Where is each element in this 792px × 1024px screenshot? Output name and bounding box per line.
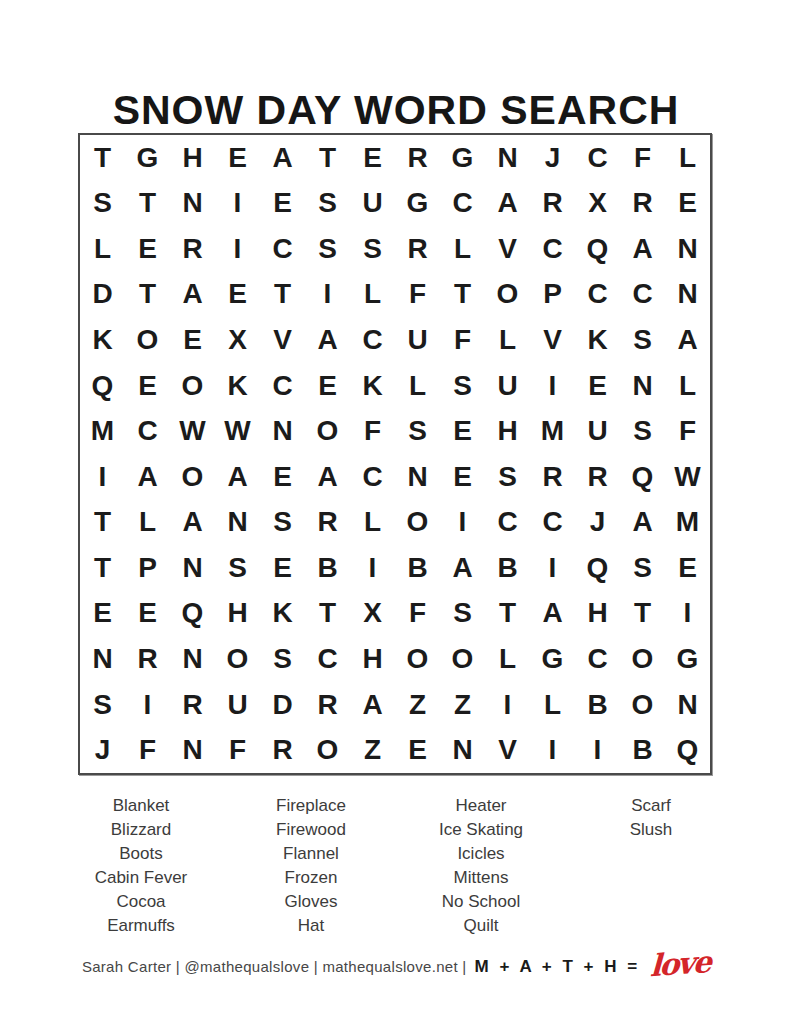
grid-cell-r7c14: F (665, 408, 710, 454)
grid-cell-r9c2: L (125, 500, 170, 546)
grid-cell-r13c2: I (125, 682, 170, 728)
grid-cell-r5c3: E (170, 317, 215, 363)
grid-cell-r6c3: O (170, 363, 215, 409)
word-list-item: Cabin Fever (95, 866, 188, 890)
grid-cell-r12c1: N (80, 636, 125, 682)
grid-cell-r3c1: L (80, 226, 125, 272)
grid-cell-r5c14: A (665, 317, 710, 363)
puzzle-title: SNOW DAY WORD SEARCH (0, 87, 792, 134)
grid-cell-r5c6: A (305, 317, 350, 363)
grid-cell-r12c6: C (305, 636, 350, 682)
word-list-item: Quilt (464, 914, 499, 938)
grid-cell-r9c4: N (215, 500, 260, 546)
grid-cell-r12c3: N (170, 636, 215, 682)
grid-cell-r5c7: C (350, 317, 395, 363)
grid-cell-r5c11: V (530, 317, 575, 363)
grid-cell-r9c9: I (440, 500, 485, 546)
word-list-item: Flannel (283, 842, 339, 866)
grid-cell-r14c5: R (260, 727, 305, 773)
grid-cell-r4c7: L (350, 272, 395, 318)
grid-cell-r6c1: Q (80, 363, 125, 409)
grid-cell-r4c5: T (260, 272, 305, 318)
grid-cell-r10c2: P (125, 545, 170, 591)
grid-cell-r6c13: N (620, 363, 665, 409)
grid-cell-r9c12: J (575, 500, 620, 546)
grid-cell-r2c4: I (215, 181, 260, 227)
grid-cell-r6c8: L (395, 363, 440, 409)
grid-cell-r4c8: F (395, 272, 440, 318)
grid-cell-r10c10: B (485, 545, 530, 591)
grid-cell-r1c8: R (395, 135, 440, 181)
grid-cell-r2c12: X (575, 181, 620, 227)
grid-cell-r8c2: A (125, 454, 170, 500)
footer-credit: Sarah Carter | @mathequalslove | mathequ… (82, 958, 467, 975)
grid-cell-r10c3: N (170, 545, 215, 591)
grid-cell-r5c12: K (575, 317, 620, 363)
grid-cell-r14c14: Q (665, 727, 710, 773)
grid-cell-r12c11: G (530, 636, 575, 682)
grid-cell-r5c8: U (395, 317, 440, 363)
grid-cell-r1c1: T (80, 135, 125, 181)
grid-cell-r3c9: L (440, 226, 485, 272)
word-list-item: Firewood (276, 818, 346, 842)
grid-cell-r7c5: N (260, 408, 305, 454)
grid-cell-r4c4: E (215, 272, 260, 318)
grid-cell-r2c9: C (440, 181, 485, 227)
grid-cell-r8c11: R (530, 454, 575, 500)
footer: Sarah Carter | @mathequalslove | mathequ… (0, 952, 792, 981)
grid-cell-r9c10: C (485, 500, 530, 546)
grid-cell-r9c3: A (170, 500, 215, 546)
word-list-item: Gloves (285, 890, 338, 914)
grid-cell-r5c5: V (260, 317, 305, 363)
love-logo: love (650, 944, 711, 983)
grid-cell-r2c8: G (395, 181, 440, 227)
grid-cell-r9c1: T (80, 500, 125, 546)
grid-cell-r14c2: F (125, 727, 170, 773)
grid-cell-r11c3: Q (170, 591, 215, 637)
word-list-column-2: FireplaceFirewoodFlannelFrozenGlovesHat (226, 794, 396, 938)
footer-math-equals: M + A + T + H = (475, 957, 641, 977)
grid-cell-r5c1: K (80, 317, 125, 363)
grid-cell-r14c1: J (80, 727, 125, 773)
grid-cell-r8c10: S (485, 454, 530, 500)
grid-cell-r13c10: I (485, 682, 530, 728)
grid-cell-r6c14: L (665, 363, 710, 409)
grid-cell-r8c1: I (80, 454, 125, 500)
grid-cell-r13c5: D (260, 682, 305, 728)
grid-cell-r13c8: Z (395, 682, 440, 728)
grid-cell-r8c9: E (440, 454, 485, 500)
grid-cell-r1c4: E (215, 135, 260, 181)
grid-cell-r10c4: S (215, 545, 260, 591)
word-list: BlanketBlizzardBootsCabin FeverCocoaEarm… (56, 794, 736, 938)
grid-cell-r8c5: E (260, 454, 305, 500)
word-list-item: Mittens (454, 866, 509, 890)
grid-cell-r10c1: T (80, 545, 125, 591)
grid-cell-r14c10: V (485, 727, 530, 773)
grid-cell-r5c2: O (125, 317, 170, 363)
grid-cell-r3c5: C (260, 226, 305, 272)
word-list-item: Icicles (457, 842, 504, 866)
grid-cell-r7c11: M (530, 408, 575, 454)
grid-cell-r10c11: I (530, 545, 575, 591)
word-list-item: Frozen (285, 866, 338, 890)
grid-cell-r14c6: O (305, 727, 350, 773)
grid-cell-r13c14: N (665, 682, 710, 728)
word-list-column-4: ScarfSlush (566, 794, 736, 938)
grid-cell-r2c14: E (665, 181, 710, 227)
grid-cell-r5c4: X (215, 317, 260, 363)
word-list-item: Blizzard (111, 818, 171, 842)
grid-cell-r11c14: I (665, 591, 710, 637)
grid-cell-r4c10: O (485, 272, 530, 318)
word-list-item: Slush (630, 818, 673, 842)
grid-cell-r1c9: G (440, 135, 485, 181)
grid-cell-r8c7: C (350, 454, 395, 500)
grid-cell-r11c4: H (215, 591, 260, 637)
grid-cell-r7c3: W (170, 408, 215, 454)
grid-cell-r13c13: O (620, 682, 665, 728)
grid-cell-r3c10: V (485, 226, 530, 272)
grid-cell-r3c14: N (665, 226, 710, 272)
grid-cell-r13c1: S (80, 682, 125, 728)
grid-cell-r3c8: R (395, 226, 440, 272)
grid-cell-r1c3: H (170, 135, 215, 181)
grid-cell-r14c8: E (395, 727, 440, 773)
word-list-item: Heater (455, 794, 506, 818)
grid-cell-r1c14: L (665, 135, 710, 181)
grid-cell-r1c11: J (530, 135, 575, 181)
grid-cell-r12c14: G (665, 636, 710, 682)
grid-cell-r14c3: N (170, 727, 215, 773)
grid-cell-r2c10: A (485, 181, 530, 227)
grid-cell-r7c10: H (485, 408, 530, 454)
grid-cell-r11c1: E (80, 591, 125, 637)
grid-cell-r6c6: E (305, 363, 350, 409)
grid-cell-r4c13: C (620, 272, 665, 318)
grid-cell-r11c6: T (305, 591, 350, 637)
grid-cell-r5c9: F (440, 317, 485, 363)
grid-cell-r2c1: S (80, 181, 125, 227)
grid-cell-r9c8: O (395, 500, 440, 546)
grid-cell-r14c4: F (215, 727, 260, 773)
grid-cell-r11c9: S (440, 591, 485, 637)
grid-cell-r3c4: I (215, 226, 260, 272)
grid-cell-r4c12: C (575, 272, 620, 318)
grid-cell-r9c5: S (260, 500, 305, 546)
grid-cell-r10c6: B (305, 545, 350, 591)
grid-cell-r7c6: O (305, 408, 350, 454)
grid-cell-r13c4: U (215, 682, 260, 728)
grid-cell-r4c9: T (440, 272, 485, 318)
grid-cell-r6c12: E (575, 363, 620, 409)
grid-cell-r10c8: B (395, 545, 440, 591)
grid-cell-r5c13: S (620, 317, 665, 363)
grid-cell-r1c10: N (485, 135, 530, 181)
grid-cell-r11c10: T (485, 591, 530, 637)
word-list-item: Blanket (113, 794, 170, 818)
grid-cell-r4c1: D (80, 272, 125, 318)
grid-cell-r13c11: L (530, 682, 575, 728)
grid-cell-r9c11: C (530, 500, 575, 546)
grid-cell-r6c5: C (260, 363, 305, 409)
grid-cell-r10c7: I (350, 545, 395, 591)
grid-cell-r7c9: E (440, 408, 485, 454)
grid-cell-r7c7: F (350, 408, 395, 454)
grid-cell-r11c8: F (395, 591, 440, 637)
grid-cell-r3c12: Q (575, 226, 620, 272)
grid-cell-r10c13: S (620, 545, 665, 591)
grid-cell-r3c11: C (530, 226, 575, 272)
grid-cell-r1c6: T (305, 135, 350, 181)
grid-cell-r8c12: R (575, 454, 620, 500)
grid-cell-r7c13: S (620, 408, 665, 454)
grid-cell-r6c4: K (215, 363, 260, 409)
grid-cell-r14c12: I (575, 727, 620, 773)
grid-cell-r14c7: Z (350, 727, 395, 773)
grid-cell-r10c12: Q (575, 545, 620, 591)
grid-cell-r2c5: E (260, 181, 305, 227)
grid-cell-r8c6: A (305, 454, 350, 500)
grid-cell-r8c14: W (665, 454, 710, 500)
grid-cell-r9c14: M (665, 500, 710, 546)
grid-cell-r4c14: N (665, 272, 710, 318)
grid-cell-r13c6: R (305, 682, 350, 728)
grid-cell-r2c7: U (350, 181, 395, 227)
grid-cell-r8c8: N (395, 454, 440, 500)
grid-cell-r12c13: O (620, 636, 665, 682)
word-list-item: Fireplace (276, 794, 346, 818)
grid-cell-r7c2: C (125, 408, 170, 454)
grid-cell-r1c7: E (350, 135, 395, 181)
grid-cell-r11c12: H (575, 591, 620, 637)
grid-cell-r13c3: R (170, 682, 215, 728)
grid-cell-r2c13: R (620, 181, 665, 227)
grid-cell-r6c9: S (440, 363, 485, 409)
grid-cell-r11c5: K (260, 591, 305, 637)
grid-cell-r3c7: S (350, 226, 395, 272)
grid-cell-r13c12: B (575, 682, 620, 728)
word-search-grid: TGHEATERGNJCFLSTNIESUGCARXRELERICSSRLVCQ… (78, 133, 712, 775)
grid-cell-r10c9: A (440, 545, 485, 591)
word-list-column-1: BlanketBlizzardBootsCabin FeverCocoaEarm… (56, 794, 226, 938)
grid-cell-r2c3: N (170, 181, 215, 227)
grid-cell-r8c13: Q (620, 454, 665, 500)
grid-cell-r2c11: R (530, 181, 575, 227)
grid-cell-r4c6: I (305, 272, 350, 318)
grid-cell-r2c2: T (125, 181, 170, 227)
grid-cell-r8c3: O (170, 454, 215, 500)
grid-cell-r12c9: O (440, 636, 485, 682)
grid-cell-r3c3: R (170, 226, 215, 272)
grid-cell-r4c3: A (170, 272, 215, 318)
word-list-column-3: HeaterIce SkatingIciclesMittensNo School… (396, 794, 566, 938)
grid-cell-r4c11: P (530, 272, 575, 318)
grid-cell-r3c2: E (125, 226, 170, 272)
grid-cell-r10c5: E (260, 545, 305, 591)
grid-cell-r11c13: T (620, 591, 665, 637)
grid-cell-r7c1: M (80, 408, 125, 454)
word-list-item: Scarf (631, 794, 671, 818)
word-list-item: Cocoa (116, 890, 165, 914)
grid-cell-r9c6: R (305, 500, 350, 546)
grid-cell-r1c12: C (575, 135, 620, 181)
grid-cell-r9c7: L (350, 500, 395, 546)
grid-cell-r12c5: S (260, 636, 305, 682)
grid-cell-r2c6: S (305, 181, 350, 227)
grid-cell-r11c7: X (350, 591, 395, 637)
grid-cell-r6c2: E (125, 363, 170, 409)
word-list-item: Boots (119, 842, 162, 866)
grid-cell-r11c2: E (125, 591, 170, 637)
worksheet-page: SNOW DAY WORD SEARCH TGHEATERGNJCFLSTNIE… (0, 0, 792, 1024)
grid-cell-r12c10: L (485, 636, 530, 682)
word-list-item: No School (442, 890, 520, 914)
grid-cell-r6c11: I (530, 363, 575, 409)
grid-cell-r6c10: U (485, 363, 530, 409)
grid-cell-r12c7: H (350, 636, 395, 682)
grid-cell-r3c13: A (620, 226, 665, 272)
grid-cell-r12c12: C (575, 636, 620, 682)
word-list-item: Earmuffs (107, 914, 175, 938)
grid-cell-r7c12: U (575, 408, 620, 454)
grid-cell-r7c4: W (215, 408, 260, 454)
word-list-item: Hat (298, 914, 324, 938)
grid-cell-r14c11: I (530, 727, 575, 773)
grid-cell-r1c2: G (125, 135, 170, 181)
grid-cell-r3c6: S (305, 226, 350, 272)
grid-cell-r8c4: A (215, 454, 260, 500)
grid-cell-r1c5: A (260, 135, 305, 181)
grid-cell-r11c11: A (530, 591, 575, 637)
grid-cell-r14c13: B (620, 727, 665, 773)
grid-cell-r13c7: A (350, 682, 395, 728)
grid-cell-r4c2: T (125, 272, 170, 318)
grid-cell-r9c13: A (620, 500, 665, 546)
grid-cell-r13c9: Z (440, 682, 485, 728)
grid-cell-r12c4: O (215, 636, 260, 682)
grid-cell-r12c8: O (395, 636, 440, 682)
grid-cell-r12c2: R (125, 636, 170, 682)
word-list-item: Ice Skating (439, 818, 523, 842)
grid-cell-r6c7: K (350, 363, 395, 409)
grid-cell-r1c13: F (620, 135, 665, 181)
grid-cell-r7c8: S (395, 408, 440, 454)
grid-cell-r5c10: L (485, 317, 530, 363)
grid-cell-r10c14: E (665, 545, 710, 591)
grid-cell-r14c9: N (440, 727, 485, 773)
